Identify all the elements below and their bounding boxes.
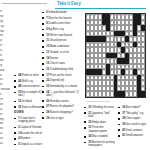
clue-bullet-icon (14, 92, 16, 94)
cell-number: 63 (134, 76, 136, 78)
clue-bullet-icon (14, 80, 16, 82)
clue-item[interactable]: 4 Blunders (14, 137, 43, 140)
cell-number: 36 (87, 48, 89, 50)
cell-number: 51 (127, 65, 129, 67)
cell-number: 38 (127, 48, 129, 50)
clue-text: Dune contents (126, 129, 143, 132)
clue-item[interactable]: 16 Troublemaking child (42, 68, 80, 71)
clue-bullet-icon (84, 107, 86, 109)
clue-bullet-icon (42, 106, 44, 108)
clue-text: Was crowded (92, 135, 108, 138)
clue-item[interactable]: 29 Lion or tiger (42, 117, 80, 120)
cell-number: 5 (111, 15, 112, 17)
clue-text: Starts to blossom (22, 106, 42, 109)
clue-text: Recess for playtime? (50, 105, 74, 108)
cell-number: 17 (138, 26, 140, 28)
clue-item[interactable]: 38 Chart-topper (118, 117, 148, 120)
cell-number: 24 (119, 37, 121, 39)
cell-number: 55 (138, 70, 140, 72)
cell-number: 43 (107, 59, 109, 61)
clue-item[interactable]: 8 Double-curve letter (42, 22, 80, 25)
copyright-caption: © Boatloadpuzzles.com (86, 100, 110, 102)
cell-number: 29 (91, 43, 93, 45)
cell-number: 10 (130, 15, 132, 17)
clue-text: Ocean liner's stopping place (18, 117, 35, 123)
clue-item[interactable]: 30 Offending the nose (84, 106, 115, 109)
clue-text: Beer maker? (126, 106, 141, 109)
cell-number: 37 (119, 48, 121, 50)
clue-column-across-down: 44 Permit to enter46 Wolf's cry48 Low in… (14, 74, 43, 149)
clue-text: Immediately, in a memo (50, 85, 77, 88)
clue-bullet-icon (14, 118, 16, 120)
clue-bullet-icon (84, 121, 86, 123)
clue-bullet-icon (14, 75, 16, 77)
clue-bullet-icon (118, 118, 120, 120)
clue-bullet-icon (42, 91, 44, 93)
clue-text: Assume the role of (20, 132, 42, 135)
clue-column-cropped: rsedng-uptedonalerstleowtykedinesar-fini… (0, 10, 11, 150)
cell-number: 39 (87, 54, 89, 56)
cell-number: 18 (87, 32, 89, 34)
clue-item[interactable]: 37 "Not guilty," e.g. (118, 112, 148, 115)
clue-item[interactable]: 41 Small amounts (118, 134, 148, 137)
cell-number: 22 (107, 37, 109, 39)
cell-number: 42 (87, 59, 89, 61)
clue-bullet-icon (42, 23, 44, 25)
clue-column-under-grid-right: 36 Beer maker?37 "Not guilty," e.g.38 Ch… (118, 106, 148, 140)
clue-item[interactable]: 14 Soirees (42, 57, 80, 60)
clue-text: Japanese "bad" food (88, 112, 110, 118)
clue-text: Big Ben's city (48, 28, 64, 31)
cell-number: 52 (103, 70, 105, 72)
clue-column-under-grid-left: 30 Offending the nose31 Japanese "bad" f… (84, 106, 115, 150)
clue-bullet-icon (118, 112, 120, 114)
clue-bullet-icon (14, 106, 16, 108)
clue-bullet-icon (42, 29, 44, 31)
cell-number: 72 (127, 92, 129, 94)
clue-text: Heredity carriers (50, 100, 69, 103)
clue-item[interactable]: 27 Recess for playtime? (42, 105, 80, 108)
clue-bullet-icon (14, 86, 16, 88)
clue-bullet-icon (42, 17, 44, 19)
clue-bullet-icon (42, 12, 44, 14)
cell-number: 65 (87, 81, 89, 83)
cell-number: 20 (138, 32, 140, 34)
clue-text: Jet black (22, 100, 32, 103)
clue-item[interactable]: 11 Uncool person (42, 39, 80, 42)
cell-number: 13 (111, 21, 113, 23)
clue-text: Lion or tiger (50, 117, 64, 120)
cell-number: 26 (130, 37, 132, 39)
clue-item[interactable]: 39 Gas used in signs (118, 123, 148, 126)
clue-text: Offending the nose (92, 106, 114, 109)
cell-number: 16 (111, 26, 113, 28)
cell-number: 46 (130, 59, 132, 61)
clue-bullet-icon (84, 127, 86, 129)
cell-number: 48 (111, 65, 113, 67)
cell-number: 68 (87, 87, 89, 89)
cell-number: 49 (119, 65, 121, 67)
clue-text: Wolf's cry (22, 80, 33, 83)
clue-item[interactable]: 48 Low instrument (14, 85, 43, 88)
cell-number: 9 (127, 15, 128, 17)
clue-text: Capital of Vietnam (20, 126, 41, 129)
clue-item[interactable]: 53 Jet black (14, 100, 43, 103)
cell-number: 4 (99, 15, 100, 17)
cell-number: 62 (123, 76, 125, 78)
cell-number: 56 (87, 76, 89, 78)
cell-number: 50 (123, 65, 125, 67)
cell-number: 47 (87, 65, 89, 67)
clue-item[interactable]: 31 Japanese "bad" food (84, 112, 115, 119)
cell-number: 53 (111, 70, 113, 72)
cell-number: 60 (107, 76, 109, 78)
clue-item[interactable]: 6 Sidewalk border (42, 11, 80, 14)
clue-text: Church seats (50, 62, 65, 65)
clue-item[interactable]: 5 Unpaid, as a leave (14, 143, 43, 146)
clue-bullet-icon (42, 112, 44, 114)
cell-number: 30 (95, 43, 97, 45)
cell-number: 7 (119, 15, 120, 17)
clue-item[interactable]: 2 Capital of Vietnam (14, 126, 43, 129)
cell-number: 64 (142, 76, 144, 78)
title-rule (55, 8, 146, 9)
clue-bullet-icon (42, 34, 44, 36)
clue-bullet-icon (42, 40, 44, 42)
clue-bullet-icon (42, 63, 44, 65)
grid-cell-r15c15 (141, 91, 145, 97)
clue-text: Machine for printing newspapers (88, 141, 114, 147)
cell-number: 35 (138, 43, 140, 45)
clue-bullet-icon (14, 127, 16, 129)
clue-text: "Not guilty," e.g. (126, 112, 144, 115)
clue-text: Depend (on) (50, 79, 64, 82)
clue-text: Troublemaking child (50, 68, 73, 71)
clue-text: Three-line Japanese poem (88, 126, 106, 132)
clue-item[interactable]: 7 Went for the favorite (42, 17, 80, 20)
clue-text: "... your best behavior" (2 wds.) (46, 91, 79, 97)
cell-number: 23 (115, 37, 117, 39)
page-title: Take It Easy (57, 1, 81, 6)
clue-item[interactable]: 23 Immediately, in a memo (42, 85, 80, 88)
clue-item[interactable]: 32 Hedge plant (84, 121, 115, 124)
clue-bullet-icon (118, 107, 120, 109)
cell-number: 8 (123, 15, 124, 17)
clue-text: Blunders (20, 137, 30, 140)
cell-number: 12 (87, 21, 89, 23)
clue-fragment: as (0, 142, 11, 147)
clue-bullet-icon (42, 86, 44, 88)
cell-number: 3 (95, 15, 96, 17)
clue-text: Double-curve letter (48, 22, 70, 25)
cell-number: 32 (103, 43, 105, 45)
clue-item[interactable]: 24 "... your best behavior" (2 wds.) (42, 91, 80, 98)
clue-item[interactable]: 26 Heredity carriers (42, 100, 80, 103)
cell-number: 66 (119, 81, 121, 83)
cell-number: 58 (95, 76, 97, 78)
left-header-rule (2, 3, 47, 4)
cell-number: 71 (87, 92, 89, 94)
clue-bullet-icon (42, 69, 44, 71)
clue-text: Low instrument (22, 85, 40, 88)
clue-item[interactable]: 15 Church seats (42, 62, 80, 65)
cell-number: 59 (99, 76, 101, 78)
cell-number: 45 (115, 59, 117, 61)
clue-text: Unpaid, as a leave (20, 143, 42, 146)
clue-bullet-icon (42, 74, 44, 76)
clue-text: Winter road hazard (50, 34, 72, 37)
cell-number: 6 (115, 15, 116, 17)
clue-text: Hedge plant (92, 121, 106, 124)
clue-text: Sidewalk border (48, 11, 67, 14)
clue-text: Went for the favorite (48, 17, 71, 20)
clue-text: Soirees (50, 57, 59, 60)
clue-bullet-icon (42, 117, 44, 119)
clue-bullet-icon (118, 124, 120, 126)
cell-number: 19 (127, 32, 129, 34)
clue-item[interactable]: 34 Was crowded (84, 135, 115, 138)
cell-number: 69 (119, 87, 121, 89)
clue-text: Chart-topper (126, 117, 141, 120)
cell-number: 28 (87, 43, 89, 45)
clue-item[interactable]: 17 Picks up the check (42, 74, 80, 77)
clue-text: Tended, as a fire (50, 51, 69, 54)
clue-item[interactable]: 28 Nature's droppings? (42, 111, 80, 114)
clue-item[interactable]: 46 Wolf's cry (14, 80, 43, 83)
cell-number: 2 (91, 15, 92, 17)
cell-number: 33 (123, 43, 125, 45)
clue-bullet-icon (84, 112, 86, 114)
clue-bullet-icon (118, 129, 120, 131)
clue-text: Permit to enter (22, 74, 39, 77)
clue-bullet-icon (42, 80, 44, 82)
cell-number: 34 (127, 43, 129, 45)
cell-number: 11 (142, 15, 144, 17)
clue-item[interactable]: 50 Eat a sample of (2 wds.) (14, 91, 43, 98)
clue-bullet-icon (14, 132, 16, 134)
clue-bullet-icon (42, 52, 44, 54)
cell-number: 41 (130, 54, 132, 56)
clue-bullet-icon (84, 142, 86, 144)
clue-item[interactable]: 13 Tended, as a fire (42, 51, 80, 54)
clue-item[interactable]: 40 Dune contents (118, 129, 148, 132)
cell-number: 1 (87, 15, 88, 17)
cell-number: 14 (142, 21, 144, 23)
cell-number: 15 (103, 26, 105, 28)
clue-bullet-icon (42, 46, 44, 48)
clue-item[interactable]: 22 Depend (on) (42, 79, 80, 82)
down-section-header: DOWN (14, 111, 43, 114)
clue-bullet-icon (42, 57, 44, 59)
cell-number: 31 (99, 43, 101, 45)
clue-text: Small amounts (126, 134, 143, 137)
clue-bullet-icon (14, 138, 16, 140)
clue-item[interactable]: 55 Starts to blossom (14, 106, 43, 109)
clue-item[interactable]: 10 Winter road hazard (42, 34, 80, 37)
clue-text: Nature's droppings? (50, 111, 73, 114)
cell-number: 44 (111, 59, 113, 61)
cell-number: 21 (142, 32, 144, 34)
cell-number: 40 (119, 54, 121, 56)
clue-item[interactable]: 1 Ocean liner's stopping place (14, 117, 43, 124)
cell-number: 25 (123, 37, 125, 39)
clue-bullet-icon (42, 100, 44, 102)
puzzle-page: Take It Easy rsedng-uptedonalerstleowtyk… (0, 0, 150, 150)
clue-bullet-icon (14, 144, 16, 146)
cell-number: 54 (127, 70, 129, 72)
clue-item[interactable]: 35 Machine for printing newspapers (84, 141, 115, 148)
clue-text: Picks up the check (50, 74, 72, 77)
cell-number: 57 (91, 76, 93, 78)
clue-item[interactable]: 33 Three-line Japanese poem (84, 126, 115, 133)
clue-bullet-icon (14, 101, 16, 103)
cell-number: 67 (142, 81, 144, 83)
cell-number: 70 (142, 87, 144, 89)
clue-item[interactable]: 12 Made a donation (42, 45, 80, 48)
clue-item[interactable]: 36 Beer maker? (118, 106, 148, 109)
clue-bullet-icon (84, 136, 86, 138)
crossword-grid: 1234567891011121314151617181920212223242… (85, 13, 146, 98)
clue-item[interactable]: 3 Assume the role of (14, 132, 43, 135)
cell-number: 27 (134, 37, 136, 39)
clue-text: Made a donation (50, 45, 69, 48)
clue-text: Uncool person (50, 39, 67, 42)
clue-text: Gas used in signs (126, 123, 147, 126)
clue-text: Eat a sample of (2 wds.) (18, 91, 43, 97)
clue-column-down: 6 Sidewalk border7 Went for the favorite… (42, 11, 80, 122)
cell-number: 61 (119, 76, 121, 78)
clue-bullet-icon (118, 135, 120, 137)
clue-item[interactable]: 9 Big Ben's city (42, 28, 80, 31)
clue-item[interactable]: 44 Permit to enter (14, 74, 43, 77)
